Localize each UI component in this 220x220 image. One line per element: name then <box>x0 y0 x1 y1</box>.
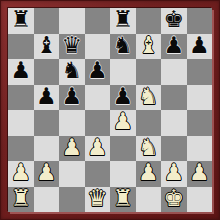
square-b8[interactable] <box>34 8 60 34</box>
square-e5[interactable]: ♟ <box>110 85 136 111</box>
square-c8[interactable] <box>59 8 85 34</box>
chess-diagram: ♜♜♚♝♛♞♝♟♟♟♞♟♟♟♟♞♟♟♟♞♟♟♟♟♟♜♛♜♚ <box>0 0 220 220</box>
white-knight-f5: ♞ <box>138 85 159 109</box>
square-a4[interactable] <box>8 110 34 136</box>
black-knight-e7: ♞ <box>112 34 133 58</box>
square-d7[interactable] <box>85 34 111 60</box>
square-b7[interactable]: ♝ <box>34 34 60 60</box>
black-pawn-e5: ♟ <box>112 85 133 109</box>
white-knight-f3: ♞ <box>138 136 159 160</box>
square-f4[interactable] <box>136 110 162 136</box>
square-h7[interactable]: ♟ <box>187 34 213 60</box>
square-f5[interactable]: ♞ <box>136 85 162 111</box>
black-king-g8: ♚ <box>163 8 184 32</box>
square-d4[interactable] <box>85 110 111 136</box>
black-rook-a8: ♜ <box>10 8 31 32</box>
square-f7[interactable]: ♝ <box>136 34 162 60</box>
square-a6[interactable]: ♟ <box>8 59 34 85</box>
square-h2[interactable]: ♟ <box>187 161 213 187</box>
square-c4[interactable] <box>59 110 85 136</box>
black-queen-c7: ♛ <box>61 34 82 58</box>
chess-board: ♜♜♚♝♛♞♝♟♟♟♞♟♟♟♟♞♟♟♟♞♟♟♟♟♟♜♛♜♚ <box>8 8 212 212</box>
square-d3[interactable]: ♟ <box>85 136 111 162</box>
square-a7[interactable] <box>8 34 34 60</box>
square-b5[interactable]: ♟ <box>34 85 60 111</box>
square-c3[interactable]: ♟ <box>59 136 85 162</box>
square-d6[interactable]: ♟ <box>85 59 111 85</box>
square-g1[interactable]: ♚ <box>161 187 187 213</box>
square-b1[interactable] <box>34 187 60 213</box>
square-e1[interactable]: ♜ <box>110 187 136 213</box>
square-h1[interactable] <box>187 187 213 213</box>
square-f8[interactable] <box>136 8 162 34</box>
square-c2[interactable] <box>59 161 85 187</box>
square-e2[interactable] <box>110 161 136 187</box>
white-bishop-f7: ♝ <box>138 34 159 58</box>
square-f2[interactable]: ♟ <box>136 161 162 187</box>
black-pawn-a6: ♟ <box>10 59 31 83</box>
square-e3[interactable] <box>110 136 136 162</box>
white-rook-e1: ♜ <box>112 187 133 211</box>
white-rook-a1: ♜ <box>10 187 31 211</box>
black-pawn-g7: ♟ <box>163 34 184 58</box>
square-e4[interactable]: ♟ <box>110 110 136 136</box>
square-h8[interactable] <box>187 8 213 34</box>
square-g6[interactable] <box>161 59 187 85</box>
square-d8[interactable] <box>85 8 111 34</box>
square-g7[interactable]: ♟ <box>161 34 187 60</box>
square-a3[interactable] <box>8 136 34 162</box>
square-d2[interactable] <box>85 161 111 187</box>
black-pawn-h7: ♟ <box>189 34 210 58</box>
square-b6[interactable] <box>34 59 60 85</box>
square-d5[interactable] <box>85 85 111 111</box>
square-f1[interactable] <box>136 187 162 213</box>
square-e7[interactable]: ♞ <box>110 34 136 60</box>
square-a5[interactable] <box>8 85 34 111</box>
white-pawn-f2: ♟ <box>138 161 159 185</box>
square-g2[interactable]: ♟ <box>161 161 187 187</box>
white-pawn-g2: ♟ <box>163 161 184 185</box>
square-c6[interactable]: ♞ <box>59 59 85 85</box>
black-bishop-b7: ♝ <box>36 34 57 58</box>
black-pawn-d6: ♟ <box>87 59 108 83</box>
black-rook-e8: ♜ <box>112 8 133 32</box>
black-pawn-b5: ♟ <box>36 85 57 109</box>
square-a2[interactable]: ♟ <box>8 161 34 187</box>
square-h5[interactable] <box>187 85 213 111</box>
white-king-g1: ♚ <box>163 187 184 211</box>
square-a8[interactable]: ♜ <box>8 8 34 34</box>
square-g3[interactable] <box>161 136 187 162</box>
square-c1[interactable] <box>59 187 85 213</box>
square-b4[interactable] <box>34 110 60 136</box>
square-b2[interactable]: ♟ <box>34 161 60 187</box>
square-e6[interactable] <box>110 59 136 85</box>
white-pawn-d3: ♟ <box>87 136 108 160</box>
white-pawn-c3: ♟ <box>61 136 82 160</box>
square-d1[interactable]: ♛ <box>85 187 111 213</box>
square-e8[interactable]: ♜ <box>110 8 136 34</box>
white-pawn-h2: ♟ <box>189 161 210 185</box>
square-h6[interactable] <box>187 59 213 85</box>
black-pawn-c5: ♟ <box>61 85 82 109</box>
square-g4[interactable] <box>161 110 187 136</box>
square-f3[interactable]: ♞ <box>136 136 162 162</box>
black-knight-c6: ♞ <box>61 59 82 83</box>
square-a1[interactable]: ♜ <box>8 187 34 213</box>
square-h4[interactable] <box>187 110 213 136</box>
square-c7[interactable]: ♛ <box>59 34 85 60</box>
white-pawn-a2: ♟ <box>10 161 31 185</box>
square-f6[interactable] <box>136 59 162 85</box>
white-pawn-b2: ♟ <box>36 161 57 185</box>
white-queen-d1: ♛ <box>87 187 108 211</box>
square-b3[interactable] <box>34 136 60 162</box>
square-c5[interactable]: ♟ <box>59 85 85 111</box>
square-g5[interactable] <box>161 85 187 111</box>
square-h3[interactable] <box>187 136 213 162</box>
square-g8[interactable]: ♚ <box>161 8 187 34</box>
white-pawn-e4: ♟ <box>112 110 133 134</box>
